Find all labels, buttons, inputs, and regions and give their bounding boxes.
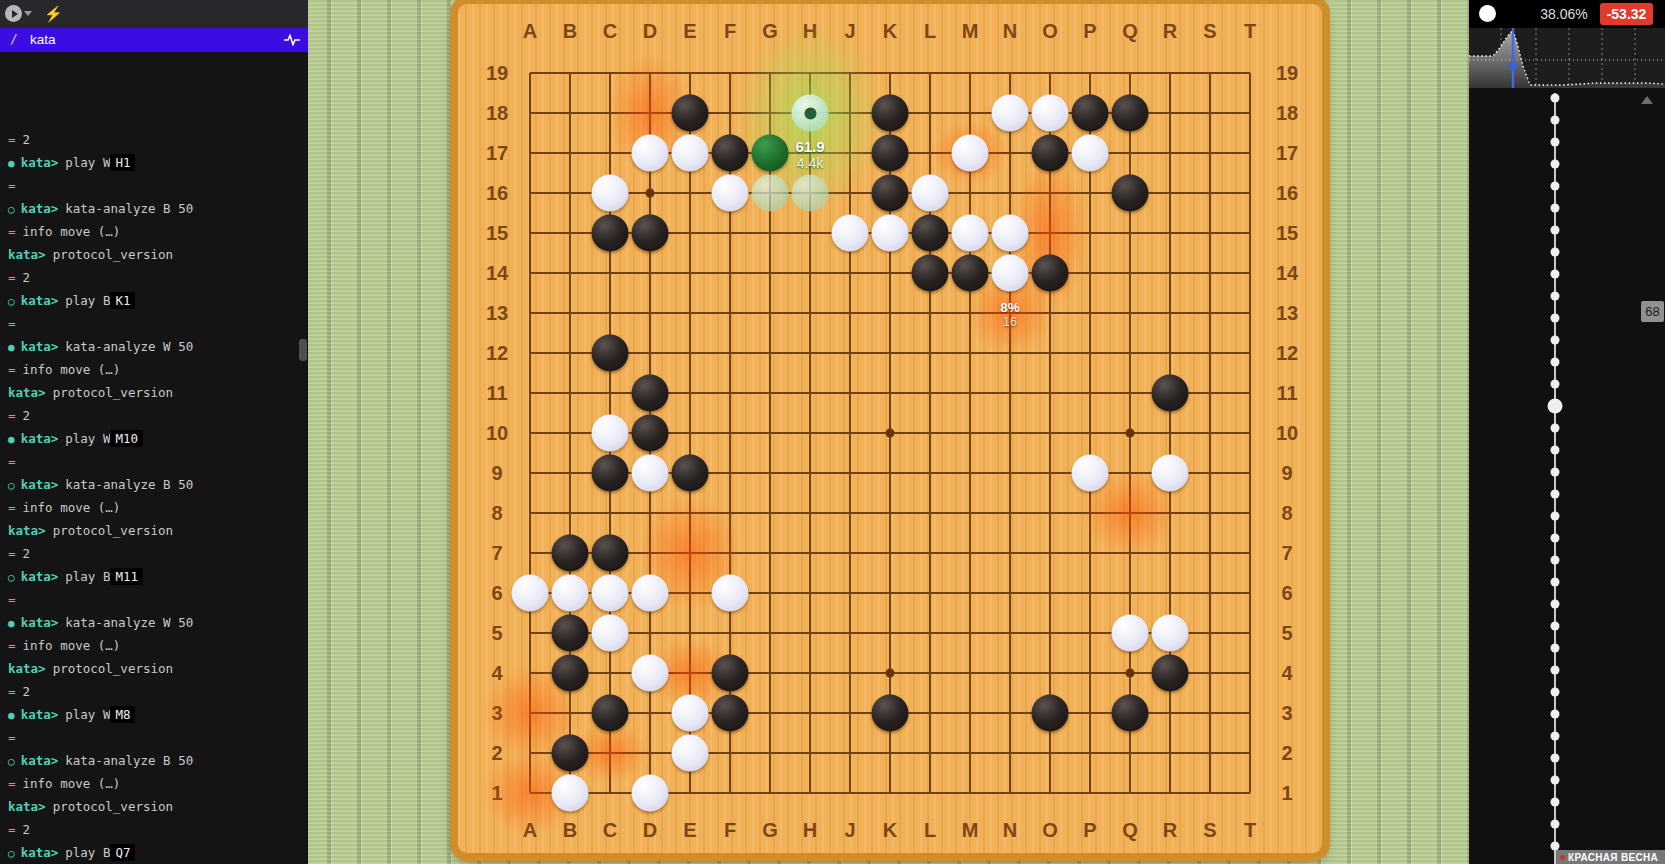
engine-tab-kata[interactable]: / kata — [0, 28, 308, 52]
black-stone[interactable] — [552, 655, 589, 692]
board-coordinate-number: 1 — [1281, 782, 1292, 805]
board-coordinate-number: 2 — [491, 742, 502, 765]
tree-node[interactable] — [1551, 358, 1560, 367]
board-coordinate-letter: Q — [1122, 819, 1138, 842]
white-stone[interactable] — [592, 575, 629, 612]
board-coordinate-number: 14 — [1276, 262, 1298, 285]
white-stone[interactable] — [1152, 615, 1189, 652]
command-text: 2 — [23, 684, 31, 699]
black-stone[interactable] — [872, 175, 909, 212]
board-coordinate-number: 18 — [1276, 102, 1298, 125]
board-coordinate-letter: M — [962, 20, 979, 43]
tree-node[interactable] — [1551, 336, 1560, 345]
board-coordinate-number: 8 — [1281, 502, 1292, 525]
grid-line-horizontal — [530, 752, 1250, 754]
board-coordinate-number: 17 — [486, 142, 508, 165]
command-text: kata-analyze B 50 — [65, 753, 193, 768]
command-text: play W — [65, 707, 110, 722]
go-board[interactable]: AABBCCDDEEFFGGHHJJKKLLMMNNOOPPQQRRSSTT19… — [458, 4, 1322, 853]
open-circle-icon: ○ — [8, 295, 15, 308]
candidate-winrate: 61.9 — [795, 138, 824, 155]
board-coordinate-letter: N — [1003, 819, 1017, 842]
tree-node[interactable] — [1551, 754, 1560, 763]
tree-node[interactable] — [1551, 116, 1560, 125]
open-circle-icon: ○ — [8, 479, 15, 492]
black-stone[interactable] — [552, 535, 589, 572]
command-text: play B — [65, 569, 110, 584]
best-move-dot-icon — [804, 107, 816, 119]
command-text: play B — [65, 293, 110, 308]
candidate-move-faint[interactable] — [752, 175, 789, 212]
tree-node[interactable] — [1551, 622, 1560, 631]
board-coordinate-letter: D — [643, 819, 657, 842]
response-equals: = — [8, 270, 16, 285]
black-stone[interactable] — [552, 735, 589, 772]
move-coord-badge: M10 — [110, 430, 143, 447]
black-stone[interactable] — [632, 415, 669, 452]
tree-node[interactable] — [1551, 732, 1560, 741]
white-stone[interactable] — [592, 175, 629, 212]
tree-node[interactable] — [1551, 138, 1560, 147]
prompt-label: kata> — [21, 155, 59, 170]
prompt-label: kata> — [8, 247, 46, 262]
command-text: protocol_version — [53, 523, 173, 538]
console-scrollbar-thumb[interactable] — [299, 339, 307, 361]
board-coordinate-number: 10 — [486, 422, 508, 445]
board-coordinate-letter: R — [1163, 20, 1177, 43]
move-coord-badge: Q7 — [110, 844, 135, 861]
activity-pulse-icon[interactable] — [284, 34, 300, 46]
grid-line-vertical — [969, 73, 971, 793]
console-line: ●kata>play WM10 — [8, 427, 308, 450]
command-text: protocol_version — [53, 799, 173, 814]
board-coordinate-letter: A — [523, 20, 537, 43]
analysis-panel: 38.06% -53.32 — [1469, 0, 1665, 864]
board-coordinate-number: 15 — [486, 222, 508, 245]
black-stone[interactable] — [1112, 175, 1149, 212]
board-coordinate-letter: O — [1042, 20, 1058, 43]
board-coordinate-number: 6 — [1281, 582, 1292, 605]
white-stone[interactable] — [632, 655, 669, 692]
board-coordinate-letter: E — [683, 20, 696, 43]
command-text: play B — [65, 845, 110, 860]
play-icon — [12, 10, 18, 18]
white-stone[interactable] — [632, 455, 669, 492]
move-coord-badge: M11 — [110, 568, 143, 585]
watermark-red-dot-icon — [1560, 855, 1565, 860]
tree-node[interactable] — [1551, 490, 1560, 499]
tree-node[interactable] — [1551, 314, 1560, 323]
console-line: kata>protocol_version — [8, 381, 308, 404]
watermark-banner: КРАСНАЯ ВЕСНА — [1556, 850, 1665, 864]
black-stone[interactable] — [912, 255, 949, 292]
board-coordinate-number: 3 — [1281, 702, 1292, 725]
tree-node[interactable] — [1551, 600, 1560, 609]
black-stone[interactable] — [1152, 655, 1189, 692]
grid-line-vertical — [1009, 73, 1011, 793]
tree-node[interactable] — [1551, 644, 1560, 653]
board-coordinate-letter: T — [1244, 20, 1256, 43]
board-coordinate-letter: G — [762, 20, 778, 43]
tree-node[interactable] — [1551, 226, 1560, 235]
command-text: 2 — [23, 408, 31, 423]
filled-circle-icon: ● — [8, 709, 15, 722]
tree-node[interactable] — [1551, 534, 1560, 543]
tree-node[interactable] — [1551, 556, 1560, 565]
prompt-label: kata> — [21, 339, 59, 354]
candidate-move-best[interactable] — [792, 95, 829, 132]
console-line: =2 — [8, 266, 308, 289]
console-line: kata>protocol_version — [8, 657, 308, 680]
response-equals: = — [8, 822, 16, 837]
board-coordinate-letter: F — [724, 20, 736, 43]
console-line: =info move (…) — [8, 634, 308, 657]
candidate-winrate: 8% — [1000, 300, 1020, 315]
command-text: info move (…) — [23, 224, 121, 239]
board-coordinate-letter: G — [762, 819, 778, 842]
response-equals: = — [8, 408, 16, 423]
candidate-move-strong[interactable] — [752, 135, 789, 172]
open-circle-icon: ○ — [8, 203, 15, 216]
board-coordinate-number: 2 — [1281, 742, 1292, 765]
white-stone[interactable] — [552, 575, 589, 612]
board-coordinate-number: 4 — [491, 662, 502, 685]
prompt-label: kata> — [8, 799, 46, 814]
winrate-value: 38.06% — [1519, 6, 1609, 22]
open-circle-icon: ○ — [8, 571, 15, 584]
tree-node[interactable] — [1551, 424, 1560, 433]
tree-node[interactable] — [1551, 512, 1560, 521]
tree-node[interactable] — [1551, 292, 1560, 301]
filled-circle-icon: ● — [8, 157, 15, 170]
response-equals: = — [8, 776, 16, 791]
prompt-label: kata> — [21, 615, 59, 630]
white-stone[interactable] — [992, 215, 1029, 252]
white-stone[interactable] — [912, 175, 949, 212]
board-coordinate-number: 18 — [486, 102, 508, 125]
board-coordinate-number: 17 — [1276, 142, 1298, 165]
board-coordinate-letter: A — [523, 819, 537, 842]
black-stone[interactable] — [1032, 255, 1069, 292]
console-line: = — [8, 312, 308, 335]
board-coordinate-letter: P — [1083, 819, 1096, 842]
command-text: 2 — [23, 546, 31, 561]
console-line: kata>protocol_version — [8, 795, 308, 818]
engine-play-button[interactable] — [5, 5, 22, 22]
prompt-label: kata> — [21, 845, 59, 860]
command-text: play W — [65, 431, 110, 446]
tree-node[interactable] — [1551, 666, 1560, 675]
board-coordinate-letter: T — [1244, 819, 1256, 842]
candidate-visits: 4.4k — [795, 155, 824, 171]
filled-circle-icon: ● — [8, 617, 15, 630]
console-line: =2 — [8, 680, 308, 703]
console-line: =2 — [8, 128, 308, 151]
prompt-label: kata> — [21, 707, 59, 722]
analysis-topbar: 38.06% -53.32 — [1469, 0, 1665, 28]
board-coordinate-number: 16 — [1276, 182, 1298, 205]
board-coordinate-letter: F — [724, 819, 736, 842]
board-coordinate-letter: M — [962, 819, 979, 842]
tree-node[interactable] — [1551, 160, 1560, 169]
tree-node-current[interactable] — [1548, 399, 1563, 414]
board-coordinate-letter: B — [563, 20, 577, 43]
tree-node[interactable] — [1551, 182, 1560, 191]
board-coordinate-letter: O — [1042, 819, 1058, 842]
black-stone[interactable] — [912, 215, 949, 252]
white-stone[interactable] — [832, 215, 869, 252]
black-stone[interactable] — [1152, 375, 1189, 412]
star-point — [1126, 669, 1135, 678]
tree-node[interactable] — [1551, 710, 1560, 719]
open-circle-icon: ○ — [8, 755, 15, 768]
star-point — [886, 669, 895, 678]
response-equals: = — [8, 454, 16, 469]
board-coordinate-number: 13 — [1276, 302, 1298, 325]
console-line: =info move (…) — [8, 220, 308, 243]
tree-node[interactable] — [1551, 798, 1560, 807]
console-line: ○kata>kata-analyze B 50 — [8, 473, 308, 496]
console-line: = — [8, 174, 308, 197]
board-coordinate-letter: K — [883, 20, 897, 43]
winrate-graph[interactable] — [1469, 28, 1665, 88]
white-stone[interactable] — [712, 575, 749, 612]
console-line: =2 — [8, 404, 308, 427]
black-stone[interactable] — [592, 695, 629, 732]
black-stone[interactable] — [872, 695, 909, 732]
black-stone[interactable] — [592, 535, 629, 572]
white-stone[interactable] — [672, 695, 709, 732]
console-line: ●kata>kata-analyze W 50 — [8, 335, 308, 358]
grid-line-vertical — [1209, 73, 1211, 793]
tree-node[interactable] — [1551, 380, 1560, 389]
response-equals: = — [8, 224, 16, 239]
open-circle-icon: ○ — [8, 847, 15, 860]
black-stone[interactable] — [592, 335, 629, 372]
command-text: 2 — [23, 132, 31, 147]
response-equals: = — [8, 638, 16, 653]
black-stone[interactable] — [632, 215, 669, 252]
prompt-label: kata> — [8, 385, 46, 400]
black-stone[interactable] — [872, 95, 909, 132]
tree-node[interactable] — [1551, 94, 1560, 103]
prompt-label: kata> — [8, 661, 46, 676]
filled-circle-icon: ● — [8, 341, 15, 354]
star-point — [646, 189, 655, 198]
command-text: 2 — [23, 822, 31, 837]
scroll-up-arrow-icon[interactable] — [1641, 96, 1653, 104]
candidate-stats-hovered[interactable]: 61.94.4k — [795, 138, 824, 171]
candidate-visits: 16 — [1000, 315, 1020, 329]
black-stone[interactable] — [552, 615, 589, 652]
move-coord-badge: M8 — [110, 706, 135, 723]
command-text: info move (…) — [23, 776, 121, 791]
white-stone[interactable] — [632, 135, 669, 172]
candidate-stats-secondary[interactable]: 8%16 — [1000, 300, 1020, 329]
lightning-icon[interactable]: ⚡ — [44, 4, 62, 24]
black-stone[interactable] — [1112, 95, 1149, 132]
console-line: kata>protocol_version — [8, 243, 308, 266]
tree-node[interactable] — [1551, 578, 1560, 587]
console-line: = — [8, 588, 308, 611]
board-coordinate-letter: Q — [1122, 20, 1138, 43]
black-stone[interactable] — [1072, 95, 1109, 132]
white-stone[interactable] — [672, 735, 709, 772]
winrate-area — [1469, 30, 1665, 88]
board-coordinate-number: 9 — [491, 462, 502, 485]
black-stone[interactable] — [712, 135, 749, 172]
grid-line-horizontal — [530, 512, 1250, 514]
tree-node[interactable] — [1551, 688, 1560, 697]
white-stone[interactable] — [952, 215, 989, 252]
black-stone[interactable] — [1032, 695, 1069, 732]
white-stone[interactable] — [1072, 135, 1109, 172]
board-coordinate-letter: E — [683, 819, 696, 842]
command-text: kata-analyze W 50 — [65, 339, 193, 354]
board-coordinate-number: 8 — [491, 502, 502, 525]
console-line: ○kata>play BM11 — [8, 565, 308, 588]
response-equals: = — [8, 362, 16, 377]
board-coordinate-letter: S — [1203, 20, 1216, 43]
white-stone[interactable] — [952, 135, 989, 172]
console-line: =2 — [8, 542, 308, 565]
board-coordinate-number: 15 — [1276, 222, 1298, 245]
tree-node[interactable] — [1551, 204, 1560, 213]
white-stone[interactable] — [1032, 95, 1069, 132]
response-equals: = — [8, 132, 16, 147]
grid-line-horizontal — [530, 552, 1250, 554]
white-stone[interactable] — [992, 95, 1029, 132]
white-stone[interactable] — [672, 135, 709, 172]
response-equals: = — [8, 592, 16, 607]
console-line: =info move (…) — [8, 772, 308, 795]
tree-node[interactable] — [1551, 270, 1560, 279]
board-coordinate-number: 5 — [491, 622, 502, 645]
white-stone[interactable] — [1112, 615, 1149, 652]
grid-line-vertical — [1249, 73, 1251, 793]
console-line: ●kata>play WH1 — [8, 151, 308, 174]
chevron-down-icon[interactable] — [24, 11, 32, 16]
board-coordinate-letter: C — [603, 20, 617, 43]
white-stone[interactable] — [872, 215, 909, 252]
star-point — [1126, 429, 1135, 438]
white-stone[interactable] — [1072, 455, 1109, 492]
tree-node[interactable] — [1551, 468, 1560, 477]
star-point — [886, 429, 895, 438]
white-stone[interactable] — [1152, 455, 1189, 492]
black-stone[interactable] — [952, 255, 989, 292]
white-stone[interactable] — [632, 575, 669, 612]
white-stone[interactable] — [992, 255, 1029, 292]
response-equals: = — [8, 684, 16, 699]
candidate-move-faint[interactable] — [792, 175, 829, 212]
board-coordinate-letter: C — [603, 819, 617, 842]
board-coordinate-number: 4 — [1281, 662, 1292, 685]
white-stone[interactable] — [512, 575, 549, 612]
board-coordinate-number: 7 — [1281, 542, 1292, 565]
command-text: protocol_version — [53, 385, 173, 400]
response-equals: = — [8, 546, 16, 561]
board-coordinate-letter: K — [883, 819, 897, 842]
board-coordinate-letter: N — [1003, 20, 1017, 43]
tree-node[interactable] — [1551, 820, 1560, 829]
console-line: ●kata>play WM8 — [8, 703, 308, 726]
black-stone[interactable] — [712, 695, 749, 732]
console-line: ○kata>play BQ7 — [8, 841, 308, 864]
white-stone[interactable] — [592, 615, 629, 652]
prompt-label: kata> — [21, 431, 59, 446]
black-stone[interactable] — [872, 135, 909, 172]
console-line: ○kata>play BK1 — [8, 289, 308, 312]
black-stone[interactable] — [672, 95, 709, 132]
black-stone[interactable] — [592, 455, 629, 492]
console-line: =info move (…) — [8, 358, 308, 381]
command-text: kata-analyze W 50 — [65, 615, 193, 630]
move-coord-badge: H1 — [110, 154, 135, 171]
console-line: =info move (…) — [8, 496, 308, 519]
console-line: ○kata>kata-analyze B 50 — [8, 197, 308, 220]
prompt-label: kata> — [21, 753, 59, 768]
gtp-console-panel: ⚡ / kata =2●kata>play WH1=○kata>kata-ana… — [0, 0, 308, 864]
black-stone[interactable] — [712, 655, 749, 692]
black-stone[interactable] — [672, 455, 709, 492]
engine-name: kata — [30, 32, 56, 47]
board-coordinate-number: 19 — [486, 62, 508, 85]
command-text: info move (…) — [23, 362, 121, 377]
grid-line-vertical — [1049, 73, 1051, 793]
tree-node[interactable] — [1551, 446, 1560, 455]
game-tree[interactable] — [1469, 88, 1665, 864]
grid-line-vertical — [1089, 73, 1091, 793]
board-coordinate-letter: H — [803, 20, 817, 43]
board-coordinate-number: 3 — [491, 702, 502, 725]
white-stone[interactable] — [632, 775, 669, 812]
prompt-label: kata> — [21, 477, 59, 492]
board-coordinate-letter: B — [563, 819, 577, 842]
tab-slash: / — [10, 31, 18, 46]
response-equals: = — [8, 316, 16, 331]
board-coordinate-number: 14 — [486, 262, 508, 285]
board-coordinate-letter: H — [803, 819, 817, 842]
tree-node[interactable] — [1551, 248, 1560, 257]
black-stone[interactable] — [1112, 695, 1149, 732]
tree-node[interactable] — [1551, 776, 1560, 785]
board-coordinate-letter: S — [1203, 819, 1216, 842]
move-number-badge: 68 — [1641, 301, 1664, 322]
gtp-console-log[interactable]: =2●kata>play WH1=○kata>kata-analyze B 50… — [0, 52, 308, 864]
board-coordinate-number: 9 — [1281, 462, 1292, 485]
score-lead-badge: -53.32 — [1600, 3, 1653, 25]
board-coordinate-number: 11 — [1276, 382, 1297, 405]
console-line: = — [8, 450, 308, 473]
board-coordinate-number: 12 — [1276, 342, 1298, 365]
black-stone[interactable] — [632, 375, 669, 412]
black-stone[interactable] — [1032, 135, 1069, 172]
board-coordinate-number: 7 — [491, 542, 502, 565]
white-stone[interactable] — [592, 415, 629, 452]
command-text: 2 — [23, 270, 31, 285]
command-text: protocol_version — [53, 247, 173, 262]
board-coordinate-letter: L — [924, 819, 936, 842]
command-text: kata-analyze B 50 — [65, 477, 193, 492]
response-equals: = — [8, 500, 16, 515]
white-stone[interactable] — [552, 775, 589, 812]
command-text: play W — [65, 155, 110, 170]
black-stone[interactable] — [592, 215, 629, 252]
board-coordinate-number: 6 — [491, 582, 502, 605]
white-stone[interactable] — [712, 175, 749, 212]
board-coordinate-letter: J — [844, 20, 855, 43]
